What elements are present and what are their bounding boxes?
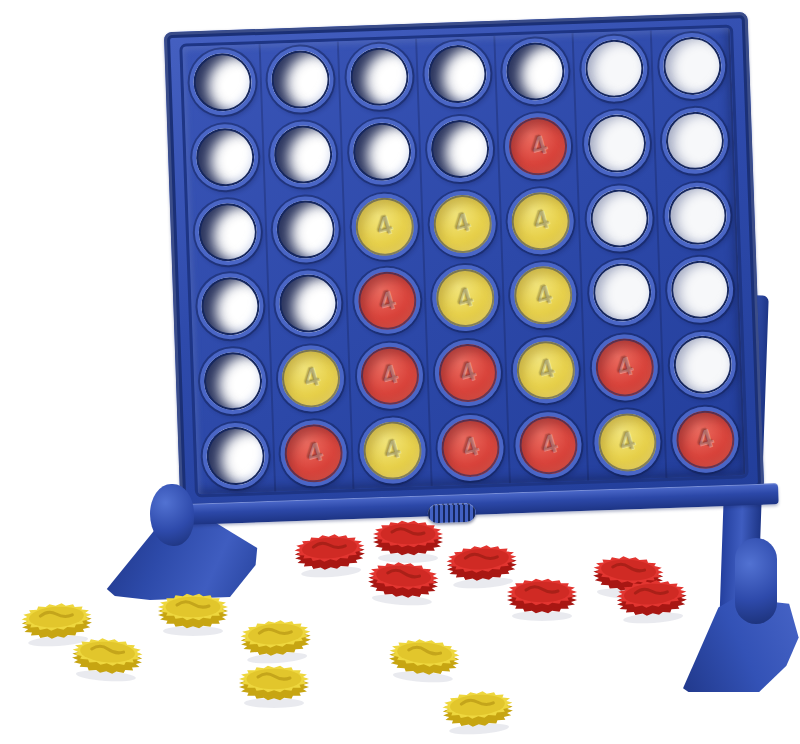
- red-piece[interactable]: 4: [590, 333, 658, 401]
- red-piece[interactable]: 4: [280, 419, 348, 487]
- board-cell-col4-row5[interactable]: 4: [427, 334, 508, 411]
- red-piece[interactable]: 4: [356, 342, 424, 410]
- board-cell-col5-row2[interactable]: 4: [498, 108, 579, 185]
- loose-red-disc[interactable]: [362, 556, 443, 611]
- piece-mark: 4: [454, 283, 476, 313]
- board-cell-col6-row3[interactable]: [579, 180, 660, 257]
- yellow-piece[interactable]: 4: [509, 261, 577, 329]
- piece-mark: 4: [379, 361, 401, 391]
- board-cell-col5-row6[interactable]: 4: [508, 406, 589, 483]
- empty-hole: [196, 272, 264, 340]
- empty-hole: [502, 38, 570, 106]
- board-cell-col1-row6[interactable]: [195, 417, 276, 494]
- board-cell-col6-row4[interactable]: [581, 254, 662, 331]
- board-cell-col5-row1[interactable]: [495, 33, 576, 110]
- board-cell-col1-row2[interactable]: [185, 119, 266, 196]
- yellow-piece[interactable]: 4: [429, 190, 497, 258]
- empty-hole: [191, 123, 259, 191]
- board-cell-col7-row6[interactable]: 4: [665, 401, 746, 478]
- empty-hole: [267, 46, 335, 114]
- yellow-piece[interactable]: 4: [431, 264, 499, 332]
- piece-mark: 4: [533, 281, 555, 311]
- board-cell-col7-row2[interactable]: [654, 102, 735, 179]
- board-cell-col3-row2[interactable]: [341, 113, 422, 190]
- piece-mark: 4: [613, 352, 635, 382]
- empty-hole: [199, 347, 267, 415]
- empty-hole: [202, 422, 270, 490]
- piece-mark: 4: [530, 206, 552, 236]
- right-leg-joint: [735, 538, 777, 624]
- piece-mark: 4: [300, 363, 322, 393]
- piece-mark: 4: [381, 435, 403, 465]
- piece-mark: 4: [457, 358, 479, 388]
- empty-hole: [668, 331, 736, 399]
- red-piece[interactable]: 4: [671, 405, 739, 473]
- board-cell-col2-row6[interactable]: 4: [274, 414, 355, 491]
- yellow-piece[interactable]: 4: [512, 336, 580, 404]
- board-cell-col3-row6[interactable]: 4: [352, 412, 433, 489]
- board-cell-col2-row4[interactable]: [268, 265, 349, 342]
- board-cell-col7-row1[interactable]: [652, 28, 733, 105]
- red-piece[interactable]: 4: [434, 339, 502, 407]
- board-cell-col7-row5[interactable]: [662, 326, 743, 403]
- loose-yellow-disc[interactable]: [66, 632, 147, 687]
- board-cell-col5-row5[interactable]: 4: [506, 332, 587, 409]
- empty-hole: [272, 195, 340, 263]
- board-cell-col6-row5[interactable]: 4: [584, 329, 665, 406]
- loose-yellow-disc[interactable]: [437, 685, 518, 740]
- board-cell-col7-row3[interactable]: [657, 177, 738, 254]
- piece-mark: 4: [452, 209, 474, 239]
- red-piece[interactable]: 4: [504, 112, 572, 180]
- loose-yellow-disc[interactable]: [235, 662, 313, 712]
- red-piece[interactable]: 4: [353, 267, 421, 335]
- board-cell-col7-row4[interactable]: [660, 251, 741, 328]
- board-cell-col6-row2[interactable]: [576, 105, 657, 182]
- piece-mark: 4: [376, 286, 398, 316]
- board-cell-col5-row3[interactable]: 4: [501, 182, 582, 259]
- board-cell-col4-row6[interactable]: 4: [430, 409, 511, 486]
- empty-hole: [345, 43, 413, 111]
- loose-yellow-disc[interactable]: [383, 633, 464, 688]
- board-cell-col6-row6[interactable]: 4: [587, 403, 668, 480]
- yellow-piece[interactable]: 4: [358, 416, 426, 484]
- loose-red-disc[interactable]: [503, 575, 581, 625]
- board-cell-col2-row3[interactable]: [266, 190, 347, 267]
- empty-hole: [585, 184, 653, 252]
- board-cell-col3-row4[interactable]: 4: [347, 262, 428, 339]
- piece-mark: 4: [616, 427, 638, 457]
- empty-hole: [269, 120, 337, 188]
- loose-red-disc[interactable]: [611, 574, 692, 629]
- board-cell-col3-row3[interactable]: 4: [344, 188, 425, 265]
- empty-hole: [275, 270, 343, 338]
- empty-hole: [423, 40, 491, 108]
- empty-hole: [666, 256, 734, 324]
- piece-mark: 4: [303, 438, 325, 468]
- empty-hole: [663, 181, 731, 249]
- piece-mark: 4: [374, 211, 396, 241]
- board-cell-col5-row4[interactable]: 4: [503, 257, 584, 334]
- empty-hole: [194, 198, 262, 266]
- connect-four-stand: 444444444444444444: [164, 12, 764, 510]
- board-cell-col3-row1[interactable]: [339, 39, 420, 116]
- yellow-piece[interactable]: 4: [350, 192, 418, 260]
- board-cell-col2-row2[interactable]: [263, 116, 344, 193]
- red-piece[interactable]: 4: [436, 413, 504, 481]
- piece-mark: 4: [460, 432, 482, 462]
- piece-mark: 4: [694, 424, 716, 454]
- board-cell-col3-row5[interactable]: 4: [349, 337, 430, 414]
- board-grid: 444444444444444444: [182, 28, 745, 495]
- board-cell-col4-row1[interactable]: [417, 36, 498, 113]
- empty-hole: [189, 49, 257, 117]
- board-cell-col4-row2[interactable]: [420, 110, 501, 187]
- empty-hole: [661, 107, 729, 175]
- board-cell-col1-row5[interactable]: [193, 342, 274, 419]
- yellow-piece[interactable]: 4: [507, 187, 575, 255]
- board-cell-col2-row1[interactable]: [261, 41, 342, 118]
- empty-hole: [582, 109, 650, 177]
- yellow-piece[interactable]: 4: [593, 408, 661, 476]
- board-cell-col1-row1[interactable]: [182, 44, 263, 121]
- board-cell-col1-row3[interactable]: [188, 193, 269, 270]
- board-cell-col4-row4[interactable]: 4: [425, 260, 506, 337]
- yellow-piece[interactable]: 4: [277, 344, 345, 412]
- loose-red-disc[interactable]: [289, 528, 370, 583]
- left-leg-joint: [150, 484, 194, 546]
- empty-hole: [426, 115, 494, 183]
- piece-mark: 4: [535, 355, 557, 385]
- board-cell-col1-row4[interactable]: [190, 268, 271, 345]
- loose-yellow-disc[interactable]: [154, 590, 232, 640]
- piece-mark: 4: [527, 131, 549, 161]
- empty-hole: [658, 32, 726, 100]
- empty-hole: [580, 35, 648, 103]
- board-cell-col6-row1[interactable]: [574, 30, 655, 107]
- empty-hole: [348, 118, 416, 186]
- board-cell-col4-row3[interactable]: 4: [422, 185, 503, 262]
- red-piece[interactable]: 4: [515, 411, 583, 479]
- board-cell-col2-row5[interactable]: 4: [271, 340, 352, 417]
- piece-mark: 4: [538, 430, 560, 460]
- empty-hole: [588, 259, 656, 327]
- connect-four-scene: 444444444444444444: [0, 0, 800, 744]
